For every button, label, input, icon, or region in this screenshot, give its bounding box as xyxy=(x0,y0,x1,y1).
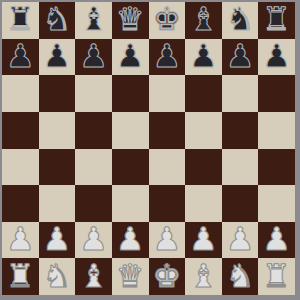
square-d1[interactable]: ♛ xyxy=(112,258,149,295)
square-h6[interactable] xyxy=(258,75,295,112)
square-e1[interactable]: ♚ xyxy=(149,258,186,295)
black-king[interactable]: ♚ xyxy=(152,3,181,35)
square-a8[interactable]: ♜ xyxy=(2,2,39,39)
square-e7[interactable]: ♟ xyxy=(149,39,186,76)
white-pawn[interactable]: ♟ xyxy=(262,223,291,255)
square-a4[interactable] xyxy=(2,149,39,186)
square-b1[interactable]: ♞ xyxy=(39,258,76,295)
black-pawn[interactable]: ♟ xyxy=(6,40,35,72)
square-b8[interactable]: ♞ xyxy=(39,2,76,39)
square-b2[interactable]: ♟ xyxy=(39,222,76,259)
black-bishop[interactable]: ♝ xyxy=(189,3,218,35)
square-h7[interactable]: ♟ xyxy=(258,39,295,76)
square-f2[interactable]: ♟ xyxy=(185,222,222,259)
white-pawn[interactable]: ♟ xyxy=(6,223,35,255)
black-rook[interactable]: ♜ xyxy=(6,3,35,35)
square-b3[interactable] xyxy=(39,185,76,222)
square-h8[interactable]: ♜ xyxy=(258,2,295,39)
square-e6[interactable] xyxy=(149,75,186,112)
black-pawn[interactable]: ♟ xyxy=(262,40,291,72)
white-knight[interactable]: ♞ xyxy=(226,260,255,292)
square-a2[interactable]: ♟ xyxy=(2,222,39,259)
black-pawn[interactable]: ♟ xyxy=(226,40,255,72)
black-pawn[interactable]: ♟ xyxy=(152,40,181,72)
square-h3[interactable] xyxy=(258,185,295,222)
square-a3[interactable] xyxy=(2,185,39,222)
square-g4[interactable] xyxy=(222,149,259,186)
white-pawn[interactable]: ♟ xyxy=(226,223,255,255)
black-pawn[interactable]: ♟ xyxy=(79,40,108,72)
square-g1[interactable]: ♞ xyxy=(222,258,259,295)
black-pawn[interactable]: ♟ xyxy=(189,40,218,72)
square-d7[interactable]: ♟ xyxy=(112,39,149,76)
square-e2[interactable]: ♟ xyxy=(149,222,186,259)
square-g3[interactable] xyxy=(222,185,259,222)
square-h5[interactable] xyxy=(258,112,295,149)
white-pawn[interactable]: ♟ xyxy=(116,223,145,255)
square-a6[interactable] xyxy=(2,75,39,112)
square-c2[interactable]: ♟ xyxy=(75,222,112,259)
square-f3[interactable] xyxy=(185,185,222,222)
square-g2[interactable]: ♟ xyxy=(222,222,259,259)
square-d3[interactable] xyxy=(112,185,149,222)
square-g6[interactable] xyxy=(222,75,259,112)
black-bishop[interactable]: ♝ xyxy=(79,3,108,35)
white-queen[interactable]: ♛ xyxy=(116,260,145,292)
square-h4[interactable] xyxy=(258,149,295,186)
black-pawn[interactable]: ♟ xyxy=(43,40,72,72)
square-d2[interactable]: ♟ xyxy=(112,222,149,259)
square-d8[interactable]: ♛ xyxy=(112,2,149,39)
square-d6[interactable] xyxy=(112,75,149,112)
square-b4[interactable] xyxy=(39,149,76,186)
square-e4[interactable] xyxy=(149,149,186,186)
square-e8[interactable]: ♚ xyxy=(149,2,186,39)
white-bishop[interactable]: ♝ xyxy=(189,260,218,292)
square-b7[interactable]: ♟ xyxy=(39,39,76,76)
square-f4[interactable] xyxy=(185,149,222,186)
black-queen[interactable]: ♛ xyxy=(116,3,145,35)
black-pawn[interactable]: ♟ xyxy=(116,40,145,72)
white-pawn[interactable]: ♟ xyxy=(152,223,181,255)
square-g5[interactable] xyxy=(222,112,259,149)
white-bishop[interactable]: ♝ xyxy=(79,260,108,292)
square-a1[interactable]: ♜ xyxy=(2,258,39,295)
square-f1[interactable]: ♝ xyxy=(185,258,222,295)
square-f5[interactable] xyxy=(185,112,222,149)
white-pawn[interactable]: ♟ xyxy=(189,223,218,255)
square-c4[interactable] xyxy=(75,149,112,186)
square-e5[interactable] xyxy=(149,112,186,149)
chess-board: ♜♞♝♛♚♝♞♜♟♟♟♟♟♟♟♟♟♟♟♟♟♟♟♟♜♞♝♛♚♝♞♜ xyxy=(2,2,295,295)
square-a7[interactable]: ♟ xyxy=(2,39,39,76)
white-pawn[interactable]: ♟ xyxy=(43,223,72,255)
white-pawn[interactable]: ♟ xyxy=(79,223,108,255)
square-h1[interactable]: ♜ xyxy=(258,258,295,295)
square-f6[interactable] xyxy=(185,75,222,112)
square-f7[interactable]: ♟ xyxy=(185,39,222,76)
square-b5[interactable] xyxy=(39,112,76,149)
square-d4[interactable] xyxy=(112,149,149,186)
square-e3[interactable] xyxy=(149,185,186,222)
square-c1[interactable]: ♝ xyxy=(75,258,112,295)
square-c7[interactable]: ♟ xyxy=(75,39,112,76)
square-f8[interactable]: ♝ xyxy=(185,2,222,39)
square-c8[interactable]: ♝ xyxy=(75,2,112,39)
square-a5[interactable] xyxy=(2,112,39,149)
black-knight[interactable]: ♞ xyxy=(226,3,255,35)
square-c6[interactable] xyxy=(75,75,112,112)
board-frame: ♜♞♝♛♚♝♞♜♟♟♟♟♟♟♟♟♟♟♟♟♟♟♟♟♜♞♝♛♚♝♞♜ xyxy=(0,0,300,300)
square-c5[interactable] xyxy=(75,112,112,149)
white-rook[interactable]: ♜ xyxy=(6,260,35,292)
square-b6[interactable] xyxy=(39,75,76,112)
black-knight[interactable]: ♞ xyxy=(43,3,72,35)
black-rook[interactable]: ♜ xyxy=(262,3,291,35)
square-d5[interactable] xyxy=(112,112,149,149)
square-g8[interactable]: ♞ xyxy=(222,2,259,39)
white-king[interactable]: ♚ xyxy=(152,260,181,292)
white-knight[interactable]: ♞ xyxy=(43,260,72,292)
square-h2[interactable]: ♟ xyxy=(258,222,295,259)
white-rook[interactable]: ♜ xyxy=(262,260,291,292)
square-g7[interactable]: ♟ xyxy=(222,39,259,76)
square-c3[interactable] xyxy=(75,185,112,222)
